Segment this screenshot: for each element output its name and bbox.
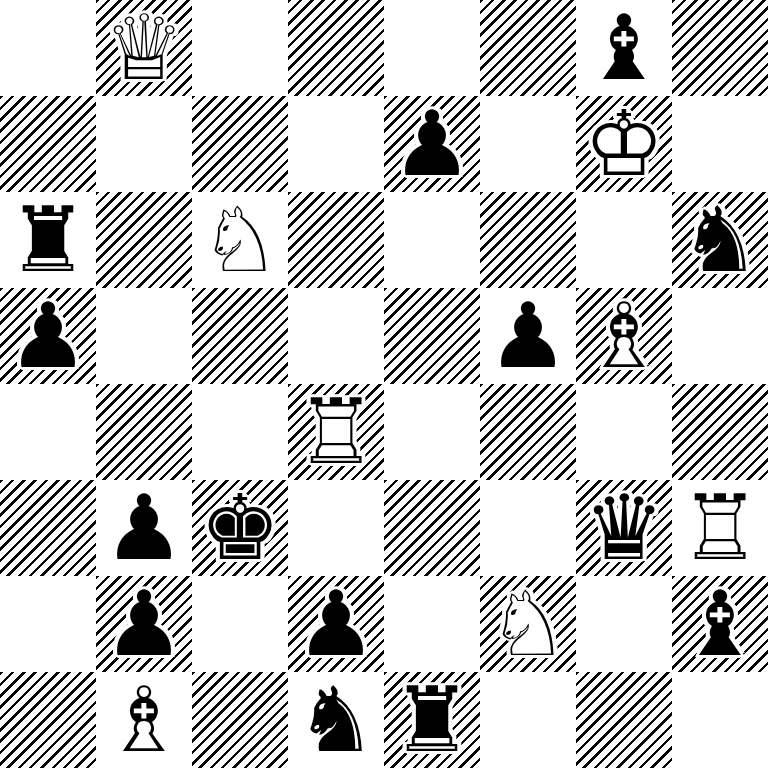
square-d3[interactable] (288, 480, 384, 576)
black-king: ♚ (192, 480, 288, 576)
square-h2[interactable]: ♝ (672, 576, 768, 672)
square-g5[interactable]: ♝♗ (576, 288, 672, 384)
chess-board-container: ♛♕♝♟♚♔♜♞♘♞♟♟♝♗♜♖♟♚♛♜♖♟♟♞♘♝♝♗♞♜ (0, 0, 768, 768)
square-f5[interactable]: ♟ (480, 288, 576, 384)
square-f2[interactable]: ♞♘ (480, 576, 576, 672)
square-g8[interactable]: ♝ (576, 0, 672, 96)
white-rook: ♖ (672, 480, 768, 576)
white-king: ♔ (576, 96, 672, 192)
black-bishop: ♝ (672, 576, 768, 672)
square-d6[interactable] (288, 192, 384, 288)
square-e1[interactable]: ♜ (384, 672, 480, 768)
white-bishop-fill: ♝ (576, 288, 672, 384)
square-f8[interactable] (480, 0, 576, 96)
black-bishop: ♝ (576, 0, 672, 96)
square-e6[interactable] (384, 192, 480, 288)
square-c3[interactable]: ♚ (192, 480, 288, 576)
square-a7[interactable] (0, 96, 96, 192)
square-c2[interactable] (192, 576, 288, 672)
square-c8[interactable] (192, 0, 288, 96)
white-knight: ♘ (480, 576, 576, 672)
white-queen-fill: ♛ (96, 0, 192, 96)
square-h6[interactable]: ♞ (672, 192, 768, 288)
square-f3[interactable] (480, 480, 576, 576)
white-queen: ♕ (96, 0, 192, 96)
square-h5[interactable] (672, 288, 768, 384)
square-b5[interactable] (96, 288, 192, 384)
square-a2[interactable] (0, 576, 96, 672)
square-e5[interactable] (384, 288, 480, 384)
square-a3[interactable] (0, 480, 96, 576)
square-d1[interactable]: ♞ (288, 672, 384, 768)
black-pawn: ♟ (480, 288, 576, 384)
black-knight: ♞ (672, 192, 768, 288)
square-a4[interactable] (0, 384, 96, 480)
square-e4[interactable] (384, 384, 480, 480)
white-knight-fill: ♞ (192, 192, 288, 288)
square-f7[interactable] (480, 96, 576, 192)
square-c6[interactable]: ♞♘ (192, 192, 288, 288)
square-g2[interactable] (576, 576, 672, 672)
black-rook: ♜ (384, 672, 480, 768)
square-h7[interactable] (672, 96, 768, 192)
square-g6[interactable] (576, 192, 672, 288)
white-knight: ♘ (192, 192, 288, 288)
square-e2[interactable] (384, 576, 480, 672)
square-h8[interactable] (672, 0, 768, 96)
square-b3[interactable]: ♟ (96, 480, 192, 576)
square-c7[interactable] (192, 96, 288, 192)
black-pawn: ♟ (384, 96, 480, 192)
square-h4[interactable] (672, 384, 768, 480)
square-e7[interactable]: ♟ (384, 96, 480, 192)
black-pawn: ♟ (0, 288, 96, 384)
white-king-fill: ♚ (576, 96, 672, 192)
square-e3[interactable] (384, 480, 480, 576)
square-d7[interactable] (288, 96, 384, 192)
square-d4[interactable]: ♜♖ (288, 384, 384, 480)
square-g1[interactable] (576, 672, 672, 768)
white-knight-fill: ♞ (480, 576, 576, 672)
chess-board: ♛♕♝♟♚♔♜♞♘♞♟♟♝♗♜♖♟♚♛♜♖♟♟♞♘♝♝♗♞♜ (0, 0, 768, 768)
square-d5[interactable] (288, 288, 384, 384)
black-pawn: ♟ (96, 480, 192, 576)
black-knight: ♞ (288, 672, 384, 768)
black-pawn: ♟ (288, 576, 384, 672)
square-a5[interactable]: ♟ (0, 288, 96, 384)
square-c1[interactable] (192, 672, 288, 768)
white-rook-fill: ♜ (672, 480, 768, 576)
square-h1[interactable] (672, 672, 768, 768)
square-g3[interactable]: ♛ (576, 480, 672, 576)
white-bishop: ♗ (576, 288, 672, 384)
square-f6[interactable] (480, 192, 576, 288)
square-h3[interactable]: ♜♖ (672, 480, 768, 576)
white-bishop: ♗ (96, 672, 192, 768)
black-pawn: ♟ (96, 576, 192, 672)
black-rook: ♜ (0, 192, 96, 288)
white-bishop-fill: ♝ (96, 672, 192, 768)
square-d2[interactable]: ♟ (288, 576, 384, 672)
square-b8[interactable]: ♛♕ (96, 0, 192, 96)
square-g7[interactable]: ♚♔ (576, 96, 672, 192)
square-b7[interactable] (96, 96, 192, 192)
square-c5[interactable] (192, 288, 288, 384)
square-c4[interactable] (192, 384, 288, 480)
white-rook: ♖ (288, 384, 384, 480)
square-f1[interactable] (480, 672, 576, 768)
square-b1[interactable]: ♝♗ (96, 672, 192, 768)
square-d8[interactable] (288, 0, 384, 96)
black-queen: ♛ (576, 480, 672, 576)
square-b4[interactable] (96, 384, 192, 480)
square-a6[interactable]: ♜ (0, 192, 96, 288)
square-a1[interactable] (0, 672, 96, 768)
square-b6[interactable] (96, 192, 192, 288)
square-e8[interactable] (384, 0, 480, 96)
square-g4[interactable] (576, 384, 672, 480)
square-a8[interactable] (0, 0, 96, 96)
square-b2[interactable]: ♟ (96, 576, 192, 672)
square-f4[interactable] (480, 384, 576, 480)
white-rook-fill: ♜ (288, 384, 384, 480)
